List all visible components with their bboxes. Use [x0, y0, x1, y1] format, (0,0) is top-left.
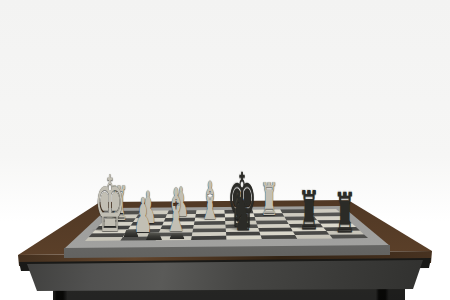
piece-white-pawn-f2[interactable]: ♟: [134, 191, 153, 239]
piece-white-rook-b6[interactable]: ♜: [260, 177, 278, 222]
piece-black-knight-f5[interactable]: ♞: [232, 185, 254, 239]
piece-black-rook-g8[interactable]: ♜: [334, 186, 356, 241]
piece-white-bishop-c4[interactable]: ♝: [199, 175, 220, 228]
piece-black-rook-f7[interactable]: ♜: [298, 185, 319, 238]
pieces-layer: ♚♜♟♟♟♝♝♜♚♞♜♜: [0, 0, 450, 300]
chess-scene: ♚♜♟♟♟♝♝♜♚♞♜♜: [0, 0, 450, 300]
piece-white-bishop-f3[interactable]: ♝: [164, 181, 188, 241]
piece-white-king-f1[interactable]: ♚: [95, 166, 126, 244]
